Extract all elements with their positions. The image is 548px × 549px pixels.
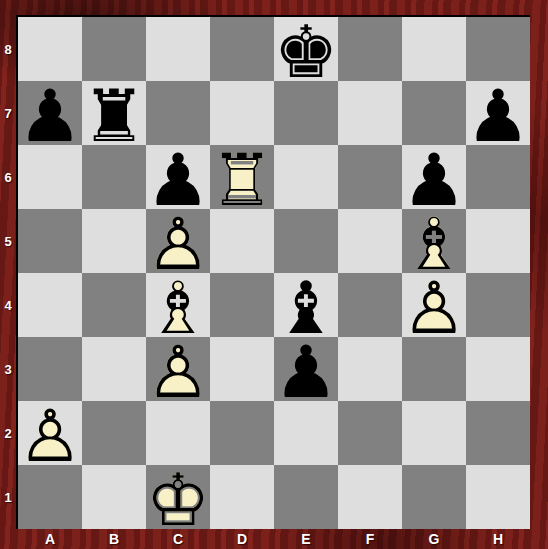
rank-label-4: 4 [0,273,16,337]
square-b6[interactable] [82,145,146,209]
square-h2[interactable] [466,401,530,465]
square-e5[interactable] [274,209,338,273]
square-b4[interactable] [82,273,146,337]
square-c6[interactable]: ♟ [146,145,210,209]
square-h4[interactable] [466,273,530,337]
square-c1[interactable]: ♚♔ [146,465,210,529]
rank-label-5: 5 [0,209,16,273]
square-f3[interactable] [338,337,402,401]
black-rook-piece: ♜ [82,84,146,148]
board-frame: ♚♟♜♟♟♜♖♟♟♙♝♗♝♗♝♟♙♟♙♟♟♙♚♔ 87654321 ABCDEF… [0,0,548,549]
square-b1[interactable] [82,465,146,529]
square-a5[interactable] [18,209,82,273]
white-pawn-outline: ♙ [146,340,210,404]
square-a7[interactable]: ♟ [18,81,82,145]
square-e8[interactable]: ♚ [274,17,338,81]
square-g2[interactable] [402,401,466,465]
rank-label-1: 1 [0,465,16,529]
black-pawn-piece: ♟ [402,148,466,212]
square-d4[interactable] [210,273,274,337]
square-h3[interactable] [466,337,530,401]
square-f4[interactable] [338,273,402,337]
square-a8[interactable] [18,17,82,81]
white-king-outline: ♔ [146,468,210,532]
white-pawn-piece: ♟ [146,340,210,404]
black-bishop-piece: ♝ [274,276,338,340]
square-g5[interactable]: ♝♗ [402,209,466,273]
square-h7[interactable]: ♟ [466,81,530,145]
file-label-g: G [402,529,466,549]
white-pawn-piece: ♟ [146,212,210,276]
white-rook-outline: ♖ [210,148,274,212]
white-bishop-outline: ♗ [402,212,466,276]
black-pawn-piece: ♟ [466,84,530,148]
square-b7[interactable]: ♜ [82,81,146,145]
square-a3[interactable] [18,337,82,401]
square-d8[interactable] [210,17,274,81]
square-a2[interactable]: ♟♙ [18,401,82,465]
square-f2[interactable] [338,401,402,465]
file-label-f: F [338,529,402,549]
square-e2[interactable] [274,401,338,465]
square-b3[interactable] [82,337,146,401]
white-pawn-outline: ♙ [146,212,210,276]
square-e1[interactable] [274,465,338,529]
white-bishop-piece: ♝ [146,276,210,340]
black-pawn-piece: ♟ [274,340,338,404]
square-b5[interactable] [82,209,146,273]
square-g4[interactable]: ♟♙ [402,273,466,337]
file-label-a: A [18,529,82,549]
square-g8[interactable] [402,17,466,81]
square-d3[interactable] [210,337,274,401]
square-a1[interactable] [18,465,82,529]
rank-label-3: 3 [0,337,16,401]
square-g1[interactable] [402,465,466,529]
square-e4[interactable]: ♝ [274,273,338,337]
square-b2[interactable] [82,401,146,465]
square-a6[interactable] [18,145,82,209]
black-pawn-piece: ♟ [18,84,82,148]
square-f8[interactable] [338,17,402,81]
square-d5[interactable] [210,209,274,273]
square-c7[interactable] [146,81,210,145]
square-e7[interactable] [274,81,338,145]
white-pawn-piece: ♟ [18,404,82,468]
square-c5[interactable]: ♟♙ [146,209,210,273]
file-label-d: D [210,529,274,549]
white-pawn-piece: ♟ [402,276,466,340]
square-d2[interactable] [210,401,274,465]
white-bishop-piece: ♝ [402,212,466,276]
square-c2[interactable] [146,401,210,465]
square-e6[interactable] [274,145,338,209]
square-g3[interactable] [402,337,466,401]
file-label-b: B [82,529,146,549]
file-label-h: H [466,529,530,549]
square-b8[interactable] [82,17,146,81]
square-f1[interactable] [338,465,402,529]
square-e3[interactable]: ♟ [274,337,338,401]
square-c8[interactable] [146,17,210,81]
white-pawn-outline: ♙ [18,404,82,468]
file-label-e: E [274,529,338,549]
black-pawn-piece: ♟ [146,148,210,212]
chess-board: ♚♟♜♟♟♜♖♟♟♙♝♗♝♗♝♟♙♟♙♟♟♙♚♔ [18,17,530,529]
square-f6[interactable] [338,145,402,209]
file-label-c: C [146,529,210,549]
square-d6[interactable]: ♜♖ [210,145,274,209]
square-h6[interactable] [466,145,530,209]
black-king-piece: ♚ [274,20,338,84]
rank-label-6: 6 [0,145,16,209]
square-h1[interactable] [466,465,530,529]
rank-label-7: 7 [0,81,16,145]
white-bishop-outline: ♗ [146,276,210,340]
white-rook-piece: ♜ [210,148,274,212]
square-d1[interactable] [210,465,274,529]
rank-label-8: 8 [0,17,16,81]
white-pawn-outline: ♙ [402,276,466,340]
square-g6[interactable]: ♟ [402,145,466,209]
white-king-piece: ♚ [146,468,210,532]
square-h8[interactable] [466,17,530,81]
square-h5[interactable] [466,209,530,273]
board-border: ♚♟♜♟♟♜♖♟♟♙♝♗♝♗♝♟♙♟♙♟♟♙♚♔ [16,15,530,529]
square-f5[interactable] [338,209,402,273]
square-a4[interactable] [18,273,82,337]
square-g7[interactable] [402,81,466,145]
square-d7[interactable] [210,81,274,145]
square-c3[interactable]: ♟♙ [146,337,210,401]
square-f7[interactable] [338,81,402,145]
square-c4[interactable]: ♝♗ [146,273,210,337]
rank-label-2: 2 [0,401,16,465]
